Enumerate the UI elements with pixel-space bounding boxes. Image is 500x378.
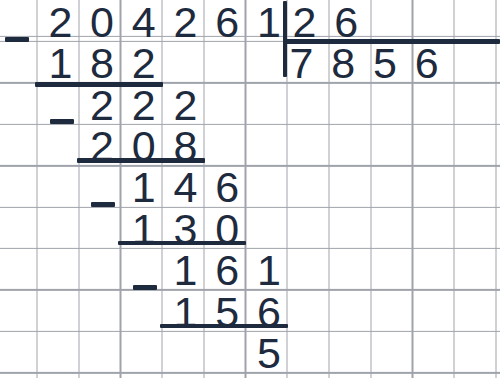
work-digit: 2 [40, 2, 82, 43]
minus-sign [133, 285, 157, 290]
work-digit: 5 [248, 333, 290, 374]
work-digit: 4 [165, 167, 207, 208]
long-division-board: 2042612618278562222081461301611565 [0, 0, 500, 378]
work-digit: 1 [248, 250, 290, 291]
work-digit: 1 [165, 250, 207, 291]
minus-sign [5, 37, 29, 42]
work-digit: 6 [206, 167, 248, 208]
work-digit: 2 [81, 84, 123, 125]
work-digit: 2 [165, 2, 207, 43]
quotient-digit: 8 [322, 43, 364, 84]
divisor-digit: 6 [325, 2, 367, 43]
division-bracket-horizontal [283, 39, 500, 44]
work-digit: 6 [206, 250, 248, 291]
subtraction-underline [35, 82, 163, 87]
work-digit: 4 [123, 2, 165, 43]
work-digit: 2 [123, 43, 165, 84]
subtraction-underline [118, 241, 246, 246]
work-digit: 8 [81, 43, 123, 84]
minus-sign [91, 202, 115, 207]
work-digit: 6 [206, 2, 248, 43]
subtraction-underline [160, 324, 288, 329]
divisor-digit: 2 [284, 2, 326, 43]
quotient-digit: 5 [364, 43, 406, 84]
quotient-digit: 6 [406, 43, 448, 84]
minus-sign [50, 119, 74, 124]
work-digit: 2 [123, 84, 165, 125]
subtraction-underline [77, 158, 205, 163]
work-digit: 1 [123, 167, 165, 208]
work-digit: 1 [40, 43, 82, 84]
work-digit: 2 [165, 84, 207, 125]
work-digit: 0 [81, 2, 123, 43]
